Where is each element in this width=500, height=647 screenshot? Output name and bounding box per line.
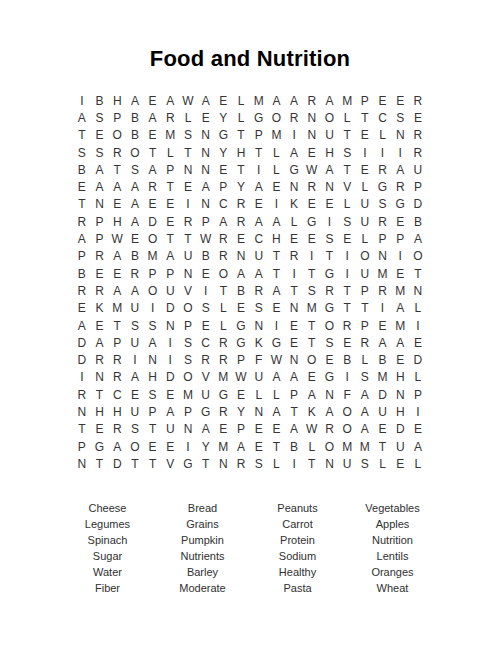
- grid-cell[interactable]: C: [108, 386, 126, 403]
- grid-cell[interactable]: T: [285, 282, 303, 299]
- grid-cell[interactable]: E: [374, 317, 392, 334]
- grid-cell[interactable]: T: [303, 455, 321, 472]
- grid-cell[interactable]: T: [91, 386, 109, 403]
- grid-cell[interactable]: T: [303, 334, 321, 351]
- grid-cell[interactable]: M: [161, 127, 179, 144]
- grid-cell[interactable]: T: [356, 300, 374, 317]
- grid-cell[interactable]: P: [215, 178, 233, 195]
- grid-cell[interactable]: U: [321, 127, 339, 144]
- grid-cell[interactable]: P: [374, 230, 392, 247]
- grid-cell[interactable]: N: [179, 265, 197, 282]
- grid-cell[interactable]: A: [391, 300, 409, 317]
- grid-cell[interactable]: G: [232, 334, 250, 351]
- grid-cell[interactable]: I: [179, 196, 197, 213]
- grid-cell[interactable]: I: [250, 161, 268, 178]
- grid-cell[interactable]: T: [179, 144, 197, 161]
- grid-cell[interactable]: K: [91, 300, 109, 317]
- grid-cell[interactable]: T: [250, 144, 268, 161]
- grid-cell[interactable]: G: [374, 178, 392, 195]
- grid-cell[interactable]: D: [161, 300, 179, 317]
- grid-cell[interactable]: I: [409, 403, 427, 420]
- grid-cell[interactable]: E: [161, 438, 179, 455]
- grid-cell[interactable]: C: [250, 230, 268, 247]
- grid-cell[interactable]: R: [409, 144, 427, 161]
- grid-cell[interactable]: O: [179, 300, 197, 317]
- grid-cell[interactable]: R: [73, 282, 91, 299]
- grid-cell[interactable]: Y: [215, 144, 233, 161]
- grid-cell[interactable]: A: [73, 109, 91, 126]
- grid-cell[interactable]: I: [144, 300, 162, 317]
- grid-cell[interactable]: U: [338, 455, 356, 472]
- grid-cell[interactable]: R: [215, 248, 233, 265]
- grid-cell[interactable]: A: [91, 161, 109, 178]
- grid-cell[interactable]: U: [179, 248, 197, 265]
- grid-cell[interactable]: L: [285, 213, 303, 230]
- grid-cell[interactable]: N: [285, 300, 303, 317]
- grid-cell[interactable]: E: [391, 351, 409, 368]
- grid-cell[interactable]: P: [161, 265, 179, 282]
- grid-cell[interactable]: T: [338, 282, 356, 299]
- grid-cell[interactable]: U: [126, 334, 144, 351]
- grid-cell[interactable]: U: [409, 161, 427, 178]
- grid-cell[interactable]: M: [250, 92, 268, 109]
- grid-cell[interactable]: M: [215, 438, 233, 455]
- grid-cell[interactable]: S: [144, 386, 162, 403]
- grid-cell[interactable]: C: [197, 334, 215, 351]
- grid-cell[interactable]: P: [409, 178, 427, 195]
- grid-cell[interactable]: O: [126, 438, 144, 455]
- grid-cell[interactable]: R: [356, 334, 374, 351]
- grid-cell[interactable]: E: [232, 386, 250, 403]
- grid-cell[interactable]: P: [391, 230, 409, 247]
- grid-cell[interactable]: Y: [232, 178, 250, 195]
- grid-cell[interactable]: C: [374, 109, 392, 126]
- grid-cell[interactable]: A: [91, 178, 109, 195]
- grid-cell[interactable]: P: [73, 438, 91, 455]
- grid-cell[interactable]: A: [391, 161, 409, 178]
- grid-cell[interactable]: A: [161, 403, 179, 420]
- grid-cell[interactable]: T: [144, 144, 162, 161]
- grid-cell[interactable]: S: [374, 196, 392, 213]
- grid-cell[interactable]: D: [73, 351, 91, 368]
- grid-cell[interactable]: A: [197, 421, 215, 438]
- grid-cell[interactable]: B: [197, 248, 215, 265]
- grid-cell[interactable]: A: [108, 282, 126, 299]
- grid-cell[interactable]: A: [268, 369, 286, 386]
- grid-cell[interactable]: T: [91, 455, 109, 472]
- grid-cell[interactable]: N: [197, 144, 215, 161]
- grid-cell[interactable]: H: [144, 369, 162, 386]
- grid-cell[interactable]: O: [321, 438, 339, 455]
- grid-cell[interactable]: V: [179, 282, 197, 299]
- grid-cell[interactable]: R: [73, 386, 91, 403]
- grid-cell[interactable]: N: [197, 161, 215, 178]
- grid-cell[interactable]: G: [391, 196, 409, 213]
- grid-cell[interactable]: E: [161, 196, 179, 213]
- grid-cell[interactable]: P: [91, 213, 109, 230]
- grid-cell[interactable]: B: [73, 265, 91, 282]
- grid-cell[interactable]: N: [197, 196, 215, 213]
- grid-cell[interactable]: E: [374, 421, 392, 438]
- grid-cell[interactable]: O: [356, 248, 374, 265]
- grid-cell[interactable]: R: [179, 213, 197, 230]
- grid-cell[interactable]: A: [126, 213, 144, 230]
- grid-cell[interactable]: N: [91, 369, 109, 386]
- grid-cell[interactable]: L: [250, 386, 268, 403]
- grid-cell[interactable]: E: [144, 438, 162, 455]
- grid-cell[interactable]: T: [215, 282, 233, 299]
- grid-cell[interactable]: K: [285, 196, 303, 213]
- grid-cell[interactable]: M: [108, 300, 126, 317]
- grid-cell[interactable]: S: [321, 230, 339, 247]
- grid-cell[interactable]: W: [197, 230, 215, 247]
- grid-cell[interactable]: L: [409, 369, 427, 386]
- grid-cell[interactable]: S: [91, 144, 109, 161]
- grid-cell[interactable]: O: [268, 109, 286, 126]
- grid-cell[interactable]: T: [338, 127, 356, 144]
- grid-cell[interactable]: E: [268, 421, 286, 438]
- grid-cell[interactable]: P: [108, 109, 126, 126]
- grid-cell[interactable]: R: [232, 455, 250, 472]
- grid-cell[interactable]: L: [409, 455, 427, 472]
- grid-cell[interactable]: A: [108, 248, 126, 265]
- grid-cell[interactable]: E: [215, 161, 233, 178]
- grid-cell[interactable]: D: [144, 213, 162, 230]
- grid-cell[interactable]: D: [374, 386, 392, 403]
- grid-cell[interactable]: A: [73, 230, 91, 247]
- grid-cell[interactable]: A: [285, 369, 303, 386]
- grid-cell[interactable]: S: [179, 334, 197, 351]
- grid-cell[interactable]: E: [144, 92, 162, 109]
- grid-cell[interactable]: A: [108, 178, 126, 195]
- grid-cell[interactable]: I: [179, 438, 197, 455]
- grid-cell[interactable]: H: [321, 144, 339, 161]
- grid-cell[interactable]: U: [161, 282, 179, 299]
- grid-cell[interactable]: R: [391, 178, 409, 195]
- grid-cell[interactable]: A: [126, 369, 144, 386]
- grid-cell[interactable]: O: [321, 109, 339, 126]
- grid-cell[interactable]: A: [144, 161, 162, 178]
- grid-cell[interactable]: N: [179, 161, 197, 178]
- grid-cell[interactable]: G: [232, 317, 250, 334]
- grid-cell[interactable]: A: [126, 92, 144, 109]
- grid-cell[interactable]: P: [197, 213, 215, 230]
- grid-cell[interactable]: R: [126, 265, 144, 282]
- grid-cell[interactable]: E: [144, 127, 162, 144]
- grid-cell[interactable]: S: [338, 213, 356, 230]
- grid-cell[interactable]: N: [374, 248, 392, 265]
- grid-cell[interactable]: E: [161, 213, 179, 230]
- grid-cell[interactable]: A: [303, 386, 321, 403]
- grid-cell[interactable]: V: [197, 369, 215, 386]
- grid-cell[interactable]: O: [215, 265, 233, 282]
- grid-cell[interactable]: H: [108, 403, 126, 420]
- grid-cell[interactable]: I: [285, 455, 303, 472]
- grid-cell[interactable]: A: [321, 92, 339, 109]
- grid-cell[interactable]: M: [338, 92, 356, 109]
- grid-cell[interactable]: A: [126, 282, 144, 299]
- grid-cell[interactable]: I: [126, 351, 144, 368]
- grid-cell[interactable]: M: [374, 369, 392, 386]
- grid-cell[interactable]: R: [374, 213, 392, 230]
- grid-cell[interactable]: S: [197, 300, 215, 317]
- grid-cell[interactable]: R: [215, 351, 233, 368]
- grid-cell[interactable]: U: [374, 403, 392, 420]
- grid-cell[interactable]: A: [268, 403, 286, 420]
- grid-cell[interactable]: T: [285, 403, 303, 420]
- grid-cell[interactable]: S: [179, 127, 197, 144]
- grid-cell[interactable]: V: [161, 455, 179, 472]
- grid-cell[interactable]: T: [268, 438, 286, 455]
- grid-cell[interactable]: N: [303, 127, 321, 144]
- grid-cell[interactable]: E: [144, 196, 162, 213]
- grid-cell[interactable]: T: [108, 161, 126, 178]
- grid-cell[interactable]: G: [215, 127, 233, 144]
- grid-cell[interactable]: A: [268, 213, 286, 230]
- grid-cell[interactable]: P: [285, 386, 303, 403]
- grid-cell[interactable]: A: [73, 317, 91, 334]
- grid-cell[interactable]: U: [126, 300, 144, 317]
- grid-cell[interactable]: L: [303, 438, 321, 455]
- grid-cell[interactable]: U: [356, 213, 374, 230]
- grid-cell[interactable]: U: [161, 421, 179, 438]
- grid-cell[interactable]: P: [232, 421, 250, 438]
- grid-cell[interactable]: D: [161, 369, 179, 386]
- grid-cell[interactable]: N: [250, 403, 268, 420]
- grid-cell[interactable]: T: [409, 265, 427, 282]
- grid-cell[interactable]: G: [321, 300, 339, 317]
- grid-cell[interactable]: I: [374, 144, 392, 161]
- grid-cell[interactable]: N: [285, 351, 303, 368]
- grid-cell[interactable]: P: [161, 161, 179, 178]
- grid-cell[interactable]: A: [126, 196, 144, 213]
- grid-cell[interactable]: I: [391, 144, 409, 161]
- grid-cell[interactable]: S: [391, 109, 409, 126]
- grid-cell[interactable]: T: [303, 317, 321, 334]
- grid-cell[interactable]: L: [232, 92, 250, 109]
- grid-cell[interactable]: D: [391, 421, 409, 438]
- grid-cell[interactable]: L: [356, 178, 374, 195]
- grid-cell[interactable]: R: [409, 92, 427, 109]
- grid-cell[interactable]: E: [197, 317, 215, 334]
- grid-cell[interactable]: I: [268, 317, 286, 334]
- grid-cell[interactable]: G: [91, 438, 109, 455]
- grid-cell[interactable]: I: [409, 317, 427, 334]
- grid-cell[interactable]: R: [285, 109, 303, 126]
- grid-cell[interactable]: T: [374, 438, 392, 455]
- grid-cell[interactable]: U: [391, 438, 409, 455]
- grid-cell[interactable]: T: [232, 127, 250, 144]
- grid-cell[interactable]: A: [285, 144, 303, 161]
- grid-cell[interactable]: A: [285, 92, 303, 109]
- grid-cell[interactable]: A: [144, 109, 162, 126]
- grid-cell[interactable]: H: [108, 213, 126, 230]
- grid-cell[interactable]: P: [91, 230, 109, 247]
- grid-cell[interactable]: T: [232, 161, 250, 178]
- grid-cell[interactable]: E: [215, 92, 233, 109]
- grid-cell[interactable]: G: [268, 334, 286, 351]
- grid-cell[interactable]: W: [268, 351, 286, 368]
- grid-cell[interactable]: I: [391, 248, 409, 265]
- grid-cell[interactable]: N: [321, 178, 339, 195]
- grid-cell[interactable]: A: [250, 213, 268, 230]
- grid-cell[interactable]: A: [356, 403, 374, 420]
- grid-cell[interactable]: I: [161, 334, 179, 351]
- grid-cell[interactable]: S: [144, 317, 162, 334]
- grid-cell[interactable]: E: [285, 334, 303, 351]
- grid-cell[interactable]: T: [108, 317, 126, 334]
- grid-cell[interactable]: E: [268, 300, 286, 317]
- grid-cell[interactable]: A: [197, 178, 215, 195]
- grid-cell[interactable]: H: [391, 403, 409, 420]
- grid-cell[interactable]: A: [144, 334, 162, 351]
- grid-cell[interactable]: U: [197, 386, 215, 403]
- grid-cell[interactable]: E: [285, 317, 303, 334]
- grid-cell[interactable]: E: [215, 421, 233, 438]
- grid-cell[interactable]: A: [126, 178, 144, 195]
- grid-cell[interactable]: L: [356, 351, 374, 368]
- grid-cell[interactable]: E: [179, 178, 197, 195]
- grid-cell[interactable]: O: [338, 403, 356, 420]
- grid-cell[interactable]: L: [338, 196, 356, 213]
- grid-cell[interactable]: S: [73, 144, 91, 161]
- grid-cell[interactable]: M: [268, 127, 286, 144]
- grid-cell[interactable]: A: [250, 178, 268, 195]
- grid-cell[interactable]: A: [285, 421, 303, 438]
- grid-cell[interactable]: S: [126, 421, 144, 438]
- grid-cell[interactable]: T: [338, 161, 356, 178]
- grid-cell[interactable]: T: [144, 421, 162, 438]
- grid-cell[interactable]: T: [161, 178, 179, 195]
- grid-cell[interactable]: N: [144, 351, 162, 368]
- grid-cell[interactable]: B: [232, 282, 250, 299]
- grid-cell[interactable]: I: [338, 369, 356, 386]
- grid-cell[interactable]: R: [215, 230, 233, 247]
- grid-cell[interactable]: M: [179, 386, 197, 403]
- grid-cell[interactable]: P: [144, 403, 162, 420]
- grid-cell[interactable]: A: [409, 438, 427, 455]
- grid-cell[interactable]: A: [161, 248, 179, 265]
- grid-cell[interactable]: A: [161, 92, 179, 109]
- grid-cell[interactable]: M: [303, 300, 321, 317]
- grid-cell[interactable]: A: [321, 161, 339, 178]
- grid-cell[interactable]: R: [232, 213, 250, 230]
- grid-cell[interactable]: G: [321, 369, 339, 386]
- grid-cell[interactable]: E: [391, 455, 409, 472]
- grid-cell[interactable]: S: [356, 369, 374, 386]
- grid-cell[interactable]: U: [126, 403, 144, 420]
- grid-cell[interactable]: G: [197, 403, 215, 420]
- grid-cell[interactable]: E: [197, 265, 215, 282]
- grid-cell[interactable]: T: [126, 455, 144, 472]
- grid-cell[interactable]: N: [197, 127, 215, 144]
- grid-cell[interactable]: N: [321, 455, 339, 472]
- grid-cell[interactable]: I: [285, 265, 303, 282]
- grid-cell[interactable]: R: [409, 127, 427, 144]
- grid-cell[interactable]: E: [126, 386, 144, 403]
- grid-cell[interactable]: E: [250, 196, 268, 213]
- grid-cell[interactable]: R: [91, 248, 109, 265]
- grid-cell[interactable]: G: [285, 161, 303, 178]
- grid-cell[interactable]: B: [126, 127, 144, 144]
- grid-cell[interactable]: B: [126, 248, 144, 265]
- grid-cell[interactable]: A: [409, 230, 427, 247]
- grid-cell[interactable]: D: [108, 455, 126, 472]
- grid-cell[interactable]: R: [73, 213, 91, 230]
- grid-cell[interactable]: H: [268, 230, 286, 247]
- grid-cell[interactable]: G: [321, 265, 339, 282]
- grid-cell[interactable]: E: [391, 265, 409, 282]
- grid-cell[interactable]: L: [268, 144, 286, 161]
- grid-cell[interactable]: A: [232, 438, 250, 455]
- grid-cell[interactable]: A: [232, 265, 250, 282]
- grid-cell[interactable]: K: [250, 334, 268, 351]
- grid-cell[interactable]: E: [303, 369, 321, 386]
- grid-cell[interactable]: S: [356, 455, 374, 472]
- grid-cell[interactable]: M: [374, 265, 392, 282]
- grid-cell[interactable]: T: [268, 248, 286, 265]
- grid-cell[interactable]: S: [126, 317, 144, 334]
- grid-cell[interactable]: E: [91, 265, 109, 282]
- grid-cell[interactable]: U: [250, 248, 268, 265]
- grid-cell[interactable]: R: [144, 178, 162, 195]
- grid-cell[interactable]: O: [321, 317, 339, 334]
- grid-cell[interactable]: Y: [215, 109, 233, 126]
- grid-cell[interactable]: R: [215, 334, 233, 351]
- grid-cell[interactable]: A: [321, 403, 339, 420]
- grid-cell[interactable]: D: [409, 351, 427, 368]
- grid-cell[interactable]: H: [91, 403, 109, 420]
- grid-cell[interactable]: A: [91, 334, 109, 351]
- grid-cell[interactable]: E: [91, 127, 109, 144]
- grid-cell[interactable]: P: [356, 282, 374, 299]
- grid-cell[interactable]: E: [197, 109, 215, 126]
- grid-cell[interactable]: W: [232, 369, 250, 386]
- grid-cell[interactable]: E: [321, 196, 339, 213]
- grid-cell[interactable]: T: [73, 421, 91, 438]
- grid-cell[interactable]: P: [73, 248, 91, 265]
- grid-cell[interactable]: E: [391, 213, 409, 230]
- grid-cell[interactable]: U: [356, 196, 374, 213]
- grid-cell[interactable]: R: [338, 317, 356, 334]
- grid-cell[interactable]: E: [391, 92, 409, 109]
- grid-cell[interactable]: P: [356, 317, 374, 334]
- grid-cell[interactable]: L: [374, 127, 392, 144]
- grid-cell[interactable]: P: [356, 92, 374, 109]
- grid-cell[interactable]: E: [285, 230, 303, 247]
- grid-cell[interactable]: N: [250, 317, 268, 334]
- grid-cell[interactable]: U: [356, 265, 374, 282]
- grid-cell[interactable]: P: [409, 386, 427, 403]
- grid-cell[interactable]: P: [144, 265, 162, 282]
- grid-cell[interactable]: P: [232, 351, 250, 368]
- grid-cell[interactable]: E: [250, 438, 268, 455]
- grid-cell[interactable]: S: [338, 144, 356, 161]
- grid-cell[interactable]: O: [108, 127, 126, 144]
- grid-cell[interactable]: E: [108, 265, 126, 282]
- grid-cell[interactable]: I: [303, 248, 321, 265]
- grid-cell[interactable]: E: [356, 161, 374, 178]
- grid-cell[interactable]: N: [285, 178, 303, 195]
- grid-cell[interactable]: P: [179, 403, 197, 420]
- grid-cell[interactable]: V: [338, 178, 356, 195]
- grid-cell[interactable]: E: [338, 230, 356, 247]
- grid-cell[interactable]: T: [268, 265, 286, 282]
- grid-cell[interactable]: A: [268, 282, 286, 299]
- grid-cell[interactable]: B: [338, 351, 356, 368]
- grid-cell[interactable]: A: [356, 386, 374, 403]
- grid-cell[interactable]: N: [161, 317, 179, 334]
